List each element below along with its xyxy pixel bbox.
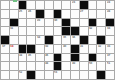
crossword-cell[interactable] <box>19 19 28 28</box>
black-cell <box>71 45 80 54</box>
crossword-cell[interactable] <box>45 1 54 10</box>
crossword-cell[interactable] <box>36 54 45 63</box>
clue-number: 44 <box>19 54 22 57</box>
crossword-cell[interactable] <box>36 62 45 71</box>
crossword-cell[interactable]: 41 <box>80 45 89 54</box>
crossword-cell[interactable] <box>71 71 80 80</box>
crossword-cell[interactable]: 51 <box>106 62 115 71</box>
clue-number: 47 <box>107 54 110 57</box>
clue-number: 50 <box>89 62 92 65</box>
crossword-cell[interactable] <box>97 54 106 63</box>
black-cell <box>62 19 71 28</box>
clue-number: 49 <box>72 62 75 65</box>
clue-number: 31 <box>10 27 13 30</box>
crossword-cell[interactable] <box>71 19 80 28</box>
clue-number: 48 <box>45 62 48 65</box>
clue-number: 53 <box>54 71 57 74</box>
crossword-cell[interactable]: 50 <box>89 62 98 71</box>
crossword-cell[interactable] <box>10 62 19 71</box>
crossword-cell[interactable] <box>1 71 10 80</box>
clue-number: 46 <box>45 54 48 57</box>
crossword-cell[interactable]: 34 <box>36 36 45 45</box>
crossword-cell[interactable]: 24 <box>106 1 115 10</box>
crossword-cell[interactable] <box>97 62 106 71</box>
crossword-cell[interactable]: 42 <box>97 45 106 54</box>
crossword-cell[interactable] <box>45 19 54 28</box>
clue-number: 36 <box>72 36 75 39</box>
black-cell <box>97 71 106 80</box>
crossword-cell[interactable] <box>97 19 106 28</box>
clue-number: 24 <box>107 1 110 4</box>
clue-number: 40 <box>63 45 66 48</box>
crossword-cell[interactable] <box>80 62 89 71</box>
crossword-cell[interactable] <box>1 19 10 28</box>
crossword-cell[interactable] <box>89 1 98 10</box>
crossword-cell[interactable] <box>10 71 19 80</box>
highlighted-cell-sliver <box>13 0 17 2</box>
crossword-cell[interactable] <box>80 54 89 63</box>
crossword-cell[interactable] <box>80 27 89 36</box>
crossword-cell[interactable] <box>27 36 36 45</box>
clue-number: 26 <box>28 10 31 13</box>
crossword-cell[interactable] <box>54 27 63 36</box>
crossword-cell[interactable] <box>27 19 36 28</box>
crossword-cell[interactable] <box>45 10 54 19</box>
crossword-cell[interactable]: 38 <box>10 45 19 54</box>
crossword-cell[interactable] <box>45 27 54 36</box>
crossword-cell[interactable] <box>19 36 28 45</box>
clue-number: 28 <box>107 10 110 13</box>
black-cell <box>27 71 36 80</box>
crossword-cell[interactable]: 26 <box>27 10 36 19</box>
crossword-cell[interactable]: 25 <box>19 10 28 19</box>
clue-number: 25 <box>19 10 22 13</box>
crossword-cell[interactable] <box>97 27 106 36</box>
crossword-cell[interactable] <box>10 1 19 10</box>
crossword-cell[interactable]: 40 <box>62 45 71 54</box>
clue-number: 37 <box>2 45 5 48</box>
crossword-cell[interactable] <box>106 71 115 80</box>
crossword-cell[interactable]: 31 <box>10 27 19 36</box>
clue-number: 29 <box>37 19 40 22</box>
crossword-cell[interactable]: 43 <box>106 45 115 54</box>
crossword-cell[interactable]: 23 <box>71 1 80 10</box>
clue-number: 34 <box>37 36 40 39</box>
clue-number: 32 <box>89 27 92 30</box>
crossword-cell[interactable] <box>27 27 36 36</box>
crossword-cell[interactable]: 49 <box>71 62 80 71</box>
crossword-cell[interactable] <box>36 1 45 10</box>
crossword-cell[interactable] <box>71 10 80 19</box>
crossword-cell[interactable] <box>97 10 106 19</box>
crossword-cell[interactable] <box>27 62 36 71</box>
black-cell <box>80 1 89 10</box>
clue-number: 52 <box>19 71 22 74</box>
crossword-cell[interactable]: 37 <box>1 45 10 54</box>
crossword-cell[interactable]: 48 <box>45 62 54 71</box>
crossword-cell[interactable] <box>89 36 98 45</box>
crossword-screenshot: 2324252627282930313233343536373839404142… <box>0 0 115 80</box>
crossword-cell[interactable]: 44 <box>19 54 28 63</box>
crossword-cell[interactable]: 35 <box>62 36 71 45</box>
black-cell <box>36 10 45 19</box>
crossword-cell[interactable]: 30 <box>54 19 63 28</box>
crossword-cell[interactable] <box>54 1 63 10</box>
clue-number: 41 <box>80 45 83 48</box>
crossword-cell[interactable]: 45 <box>27 54 36 63</box>
clue-number: 39 <box>45 45 48 48</box>
clue-number: 43 <box>107 45 110 48</box>
black-cell <box>19 1 28 10</box>
crossword-cell[interactable] <box>62 54 71 63</box>
black-cell <box>19 45 28 54</box>
crossword-grid: 2324252627282930313233343536373839404142… <box>0 0 115 80</box>
crossword-cell[interactable] <box>10 10 19 19</box>
crossword-cell[interactable]: 39 <box>45 45 54 54</box>
crossword-cell[interactable] <box>106 36 115 45</box>
crossword-cell[interactable] <box>36 71 45 80</box>
crossword-cell[interactable] <box>10 54 19 63</box>
clue-number: 23 <box>72 1 75 4</box>
crossword-cell[interactable]: 27 <box>80 10 89 19</box>
black-cell <box>54 10 63 19</box>
black-cell <box>27 45 36 54</box>
crossword-cell[interactable] <box>1 54 10 63</box>
crossword-cell[interactable] <box>1 27 10 36</box>
black-cell <box>1 36 10 45</box>
crossword-cell[interactable] <box>36 45 45 54</box>
black-cell <box>80 36 89 45</box>
clue-number: 45 <box>28 54 31 57</box>
crossword-cell[interactable] <box>62 10 71 19</box>
clue-number: 33 <box>107 27 110 30</box>
crossword-cell[interactable] <box>54 36 63 45</box>
crossword-cell[interactable] <box>97 1 106 10</box>
clue-number: 38 <box>10 45 13 48</box>
black-cell <box>54 54 63 63</box>
black-cell <box>97 36 106 45</box>
crossword-cell[interactable] <box>45 71 54 80</box>
clue-number: 27 <box>80 10 83 13</box>
crossword-cell[interactable] <box>80 71 89 80</box>
crossword-cell[interactable]: 32 <box>89 27 98 36</box>
clue-number: 42 <box>98 45 101 48</box>
crossword-cell[interactable] <box>62 71 71 80</box>
crossword-cell[interactable] <box>62 62 71 71</box>
crossword-cell[interactable] <box>62 1 71 10</box>
crossword-cell[interactable]: 29 <box>36 19 45 28</box>
crossword-cell[interactable] <box>27 1 36 10</box>
crossword-cell[interactable] <box>10 36 19 45</box>
crossword-cell[interactable] <box>19 27 28 36</box>
crossword-cell[interactable]: 53 <box>54 71 63 80</box>
crossword-cell[interactable]: 33 <box>106 27 115 36</box>
clue-number: 51 <box>107 62 110 65</box>
crossword-cell[interactable] <box>89 10 98 19</box>
clue-number: 30 <box>54 19 57 22</box>
clue-number: 35 <box>63 36 66 39</box>
crossword-cell[interactable] <box>89 45 98 54</box>
crossword-cell[interactable] <box>54 45 63 54</box>
crossword-cell[interactable] <box>1 62 10 71</box>
crossword-cell[interactable]: 36 <box>71 36 80 45</box>
crossword-cell[interactable] <box>1 10 10 19</box>
crossword-cell[interactable] <box>1 1 10 10</box>
crossword-cell[interactable] <box>80 19 89 28</box>
crossword-cell[interactable]: 52 <box>19 71 28 80</box>
crossword-cell[interactable] <box>89 71 98 80</box>
black-cell <box>45 36 54 45</box>
crossword-cell[interactable]: 28 <box>106 10 115 19</box>
